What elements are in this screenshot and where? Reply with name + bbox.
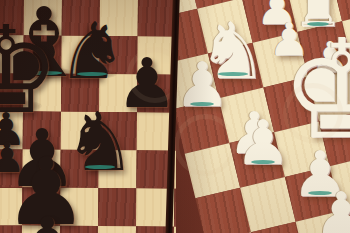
felt-base bbox=[308, 191, 332, 195]
piece-shadow bbox=[133, 100, 169, 108]
white-rook: ♜ bbox=[289, 0, 347, 36]
left-board: ♚♝♞♟♟♟♞♟♟♟ bbox=[0, 0, 176, 233]
piece-shadow bbox=[243, 147, 273, 155]
piece-shadow bbox=[25, 178, 67, 187]
chessboards-photo: ♚♝♞♟♟♟♞♟♟♟ ♟♜♟♟♞♟♚♟♟♟♟ bbox=[0, 0, 350, 233]
piece-shadow bbox=[0, 167, 22, 175]
piece-shadow bbox=[323, 67, 345, 75]
white-pawn: ♟ bbox=[254, 0, 301, 31]
piece-shadow bbox=[281, 49, 305, 57]
piece-shadow bbox=[269, 18, 293, 26]
felt-base bbox=[307, 22, 329, 26]
piece-shadow bbox=[26, 216, 75, 227]
felt-base bbox=[26, 71, 62, 75]
felt-base bbox=[77, 72, 107, 76]
piece-shadow bbox=[310, 123, 350, 139]
piece-shadow bbox=[329, 228, 350, 233]
felt-base bbox=[251, 160, 274, 164]
piece-shadow bbox=[0, 99, 42, 113]
piece-shadow bbox=[0, 139, 22, 147]
felt-base bbox=[85, 165, 116, 169]
right-board: ♟♜♟♟♞♟♚♟♟♟♟ bbox=[176, 0, 350, 233]
felt-base bbox=[190, 102, 213, 106]
right-board-pieces: ♟♜♟♟♞♟♚♟♟♟♟ bbox=[176, 0, 350, 233]
left-board-pieces: ♚♝♞♟♟♟♞♟♟♟ bbox=[0, 0, 176, 233]
felt-base bbox=[218, 72, 248, 76]
